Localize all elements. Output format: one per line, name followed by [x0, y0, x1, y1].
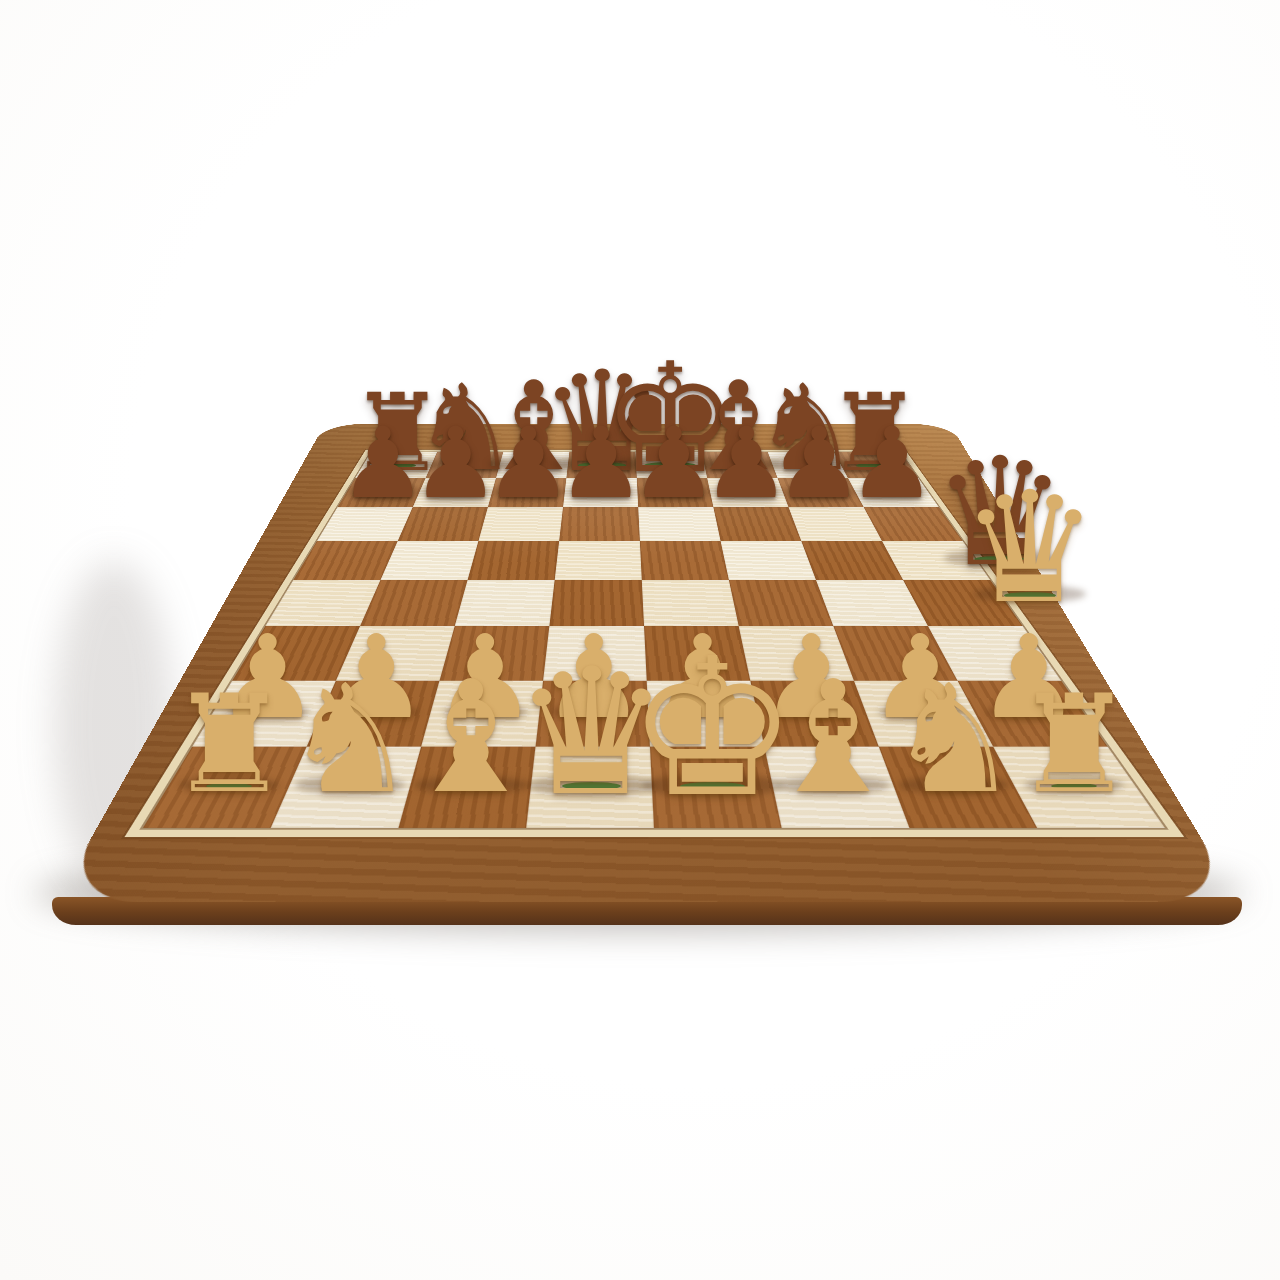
square-d3	[543, 626, 647, 681]
square-e7	[637, 478, 714, 507]
square-c1	[398, 747, 535, 828]
square-b6	[398, 507, 488, 541]
square-f5	[721, 541, 816, 580]
square-d4	[549, 580, 644, 626]
square-f8	[702, 452, 778, 478]
square-f7	[707, 478, 788, 507]
square-e4	[642, 580, 739, 626]
square-e1	[650, 747, 782, 828]
square-e2	[647, 681, 765, 747]
square-c2	[421, 681, 543, 747]
square-d1	[526, 747, 654, 828]
square-c6	[478, 507, 563, 541]
square-e3	[644, 626, 750, 681]
photo-canvas: ♜♞♝♛♚♝♞♜♟♟♟♟♟♟♟♟♟♟♟♟♟♟♟♟♜♞♝♛♚♝♞♜♛♛	[0, 0, 1280, 1280]
square-b8	[426, 452, 504, 478]
square-d6	[559, 507, 640, 541]
square-c7	[488, 478, 567, 507]
square-d5	[555, 541, 642, 580]
square-d2	[536, 681, 650, 747]
square-d8	[566, 452, 636, 478]
square-b4	[360, 580, 467, 626]
square-e5	[640, 541, 729, 580]
square-a8	[355, 452, 437, 478]
square-c4	[455, 580, 555, 626]
square-e8	[636, 452, 708, 478]
square-b5	[380, 541, 478, 580]
square-f6	[713, 507, 801, 541]
square-e6	[638, 507, 720, 541]
square-b7	[413, 478, 496, 507]
square-c8	[496, 452, 569, 478]
square-d7	[563, 478, 638, 507]
square-c3	[439, 626, 549, 681]
square-c5	[468, 541, 560, 580]
